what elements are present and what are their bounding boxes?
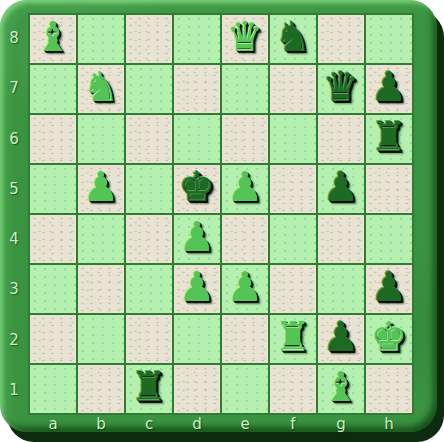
square-e3[interactable]: ♟: [222, 265, 268, 313]
square-b7[interactable]: ♞: [78, 65, 124, 113]
piece-white-rook[interactable]: ♜: [275, 317, 312, 358]
square-a5[interactable]: [30, 165, 76, 213]
rank-label-7: 7: [0, 63, 28, 113]
square-h8[interactable]: [366, 15, 412, 63]
square-a3[interactable]: [30, 265, 76, 313]
file-label-c: c: [126, 415, 172, 433]
piece-white-bishop[interactable]: ♝: [323, 367, 360, 408]
square-h6[interactable]: ♜: [366, 115, 412, 163]
square-c7[interactable]: [126, 65, 172, 113]
file-labels: abcdefgh: [28, 415, 414, 433]
piece-black-rook[interactable]: ♜: [131, 367, 168, 408]
square-e6[interactable]: [222, 115, 268, 163]
square-g4[interactable]: [318, 215, 364, 263]
piece-black-pawn[interactable]: ♟: [323, 317, 360, 358]
square-c1[interactable]: ♜: [126, 365, 172, 413]
square-c3[interactable]: [126, 265, 172, 313]
square-f4[interactable]: [270, 215, 316, 263]
piece-black-pawn[interactable]: ♟: [323, 167, 360, 208]
square-e1[interactable]: [222, 365, 268, 413]
piece-white-pawn[interactable]: ♟: [227, 267, 264, 308]
rank-label-3: 3: [0, 264, 28, 314]
square-f2[interactable]: ♜: [270, 315, 316, 363]
square-g5[interactable]: ♟: [318, 165, 364, 213]
square-g3[interactable]: [318, 265, 364, 313]
square-b1[interactable]: [78, 365, 124, 413]
square-f8[interactable]: ♞: [270, 15, 316, 63]
square-a6[interactable]: [30, 115, 76, 163]
square-h4[interactable]: [366, 215, 412, 263]
square-b4[interactable]: [78, 215, 124, 263]
square-c8[interactable]: [126, 15, 172, 63]
square-c4[interactable]: [126, 215, 172, 263]
square-g8[interactable]: [318, 15, 364, 63]
square-e5[interactable]: ♟: [222, 165, 268, 213]
square-e7[interactable]: [222, 65, 268, 113]
rank-label-5: 5: [0, 164, 28, 214]
square-d1[interactable]: [174, 365, 220, 413]
square-g6[interactable]: [318, 115, 364, 163]
square-h2[interactable]: ♚: [366, 315, 412, 363]
piece-white-queen[interactable]: ♛: [227, 17, 264, 58]
file-label-g: g: [318, 415, 364, 433]
square-d4[interactable]: ♟: [174, 215, 220, 263]
square-h7[interactable]: ♟: [366, 65, 412, 113]
square-b8[interactable]: [78, 15, 124, 63]
piece-black-queen[interactable]: ♛: [323, 67, 360, 108]
file-label-h: h: [366, 415, 412, 433]
square-d2[interactable]: [174, 315, 220, 363]
square-f6[interactable]: [270, 115, 316, 163]
piece-black-pawn[interactable]: ♟: [371, 67, 408, 108]
file-label-f: f: [270, 415, 316, 433]
square-h5[interactable]: [366, 165, 412, 213]
piece-white-pawn[interactable]: ♟: [227, 167, 264, 208]
square-a4[interactable]: [30, 215, 76, 263]
square-a8[interactable]: ♝: [30, 15, 76, 63]
square-f3[interactable]: [270, 265, 316, 313]
piece-white-pawn[interactable]: ♟: [179, 267, 216, 308]
square-d3[interactable]: ♟: [174, 265, 220, 313]
rank-labels: 87654321: [0, 13, 28, 415]
file-label-d: d: [174, 415, 220, 433]
square-f7[interactable]: [270, 65, 316, 113]
rank-label-2: 2: [0, 315, 28, 365]
file-label-a: a: [30, 415, 76, 433]
square-h1[interactable]: [366, 365, 412, 413]
square-d8[interactable]: [174, 15, 220, 63]
piece-white-knight[interactable]: ♞: [83, 67, 120, 108]
piece-black-pawn[interactable]: ♟: [371, 267, 408, 308]
square-f5[interactable]: [270, 165, 316, 213]
square-b5[interactable]: ♟: [78, 165, 124, 213]
square-h3[interactable]: ♟: [366, 265, 412, 313]
piece-black-knight[interactable]: ♞: [275, 17, 312, 58]
piece-white-bishop[interactable]: ♝: [35, 17, 72, 58]
square-g1[interactable]: ♝: [318, 365, 364, 413]
square-c5[interactable]: [126, 165, 172, 213]
square-a1[interactable]: [30, 365, 76, 413]
square-g7[interactable]: ♛: [318, 65, 364, 113]
square-d6[interactable]: [174, 115, 220, 163]
square-b2[interactable]: [78, 315, 124, 363]
file-label-e: e: [222, 415, 268, 433]
rank-label-4: 4: [0, 214, 28, 264]
square-b6[interactable]: [78, 115, 124, 163]
rank-label-8: 8: [0, 13, 28, 63]
chess-widget: 87654321 ♝♛♞♞♛♟♜♟♚♟♟♟♟♟♟♜♟♚♜♝ abcdefgh: [0, 0, 444, 442]
square-f1[interactable]: [270, 365, 316, 413]
square-e2[interactable]: [222, 315, 268, 363]
square-d5[interactable]: ♚: [174, 165, 220, 213]
square-b3[interactable]: [78, 265, 124, 313]
piece-white-pawn[interactable]: ♟: [179, 217, 216, 258]
piece-white-pawn[interactable]: ♟: [83, 167, 120, 208]
square-e4[interactable]: [222, 215, 268, 263]
file-label-b: b: [78, 415, 124, 433]
square-a7[interactable]: [30, 65, 76, 113]
square-c2[interactable]: [126, 315, 172, 363]
piece-black-rook[interactable]: ♜: [371, 117, 408, 158]
rank-label-1: 1: [0, 365, 28, 415]
square-c6[interactable]: [126, 115, 172, 163]
square-a2[interactable]: [30, 315, 76, 363]
piece-black-king[interactable]: ♚: [179, 167, 216, 208]
square-d7[interactable]: [174, 65, 220, 113]
chess-board[interactable]: ♝♛♞♞♛♟♜♟♚♟♟♟♟♟♟♜♟♚♜♝: [28, 13, 414, 415]
rank-label-6: 6: [0, 114, 28, 164]
piece-white-king[interactable]: ♚: [371, 317, 408, 358]
square-g2[interactable]: ♟: [318, 315, 364, 363]
square-e8[interactable]: ♛: [222, 15, 268, 63]
